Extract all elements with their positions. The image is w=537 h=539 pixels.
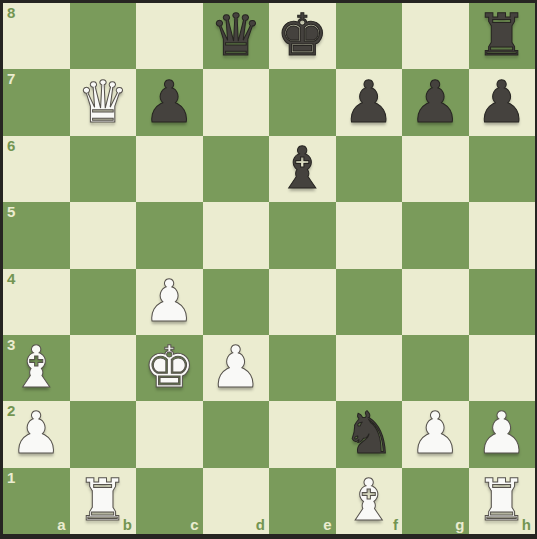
square-a7[interactable]: 7 bbox=[3, 69, 70, 135]
rank-label-8: 8 bbox=[7, 4, 15, 21]
square-h6[interactable] bbox=[469, 136, 536, 202]
square-d1[interactable]: d bbox=[203, 468, 270, 534]
square-c3[interactable]: ♚ bbox=[136, 335, 203, 401]
chess-board-frame: 8♛♚♜7♛♟♟♟♟6♝54♟3♝♚♟2♟♞♟♟1ab♜cdef♝gh♜ bbox=[0, 0, 537, 539]
black-pawn-h7[interactable]: ♟ bbox=[476, 73, 528, 131]
square-f1[interactable]: f♝ bbox=[336, 468, 403, 534]
square-d7[interactable] bbox=[203, 69, 270, 135]
square-a8[interactable]: 8 bbox=[3, 3, 70, 69]
square-d5[interactable] bbox=[203, 202, 270, 268]
file-label-e: e bbox=[323, 516, 331, 533]
square-g2[interactable]: ♟ bbox=[402, 401, 469, 467]
square-g1[interactable]: g bbox=[402, 468, 469, 534]
square-b3[interactable] bbox=[70, 335, 137, 401]
square-h7[interactable]: ♟ bbox=[469, 69, 536, 135]
square-g7[interactable]: ♟ bbox=[402, 69, 469, 135]
black-king-e8[interactable]: ♚ bbox=[276, 6, 328, 64]
square-h8[interactable]: ♜ bbox=[469, 3, 536, 69]
square-c7[interactable]: ♟ bbox=[136, 69, 203, 135]
square-h4[interactable] bbox=[469, 269, 536, 335]
square-e2[interactable] bbox=[269, 401, 336, 467]
white-queen-b7[interactable]: ♛ bbox=[77, 73, 129, 131]
white-bishop-f1[interactable]: ♝ bbox=[343, 471, 395, 529]
file-label-d: d bbox=[256, 516, 265, 533]
square-a4[interactable]: 4 bbox=[3, 269, 70, 335]
file-label-c: c bbox=[190, 516, 198, 533]
square-f5[interactable] bbox=[336, 202, 403, 268]
square-e8[interactable]: ♚ bbox=[269, 3, 336, 69]
square-b5[interactable] bbox=[70, 202, 137, 268]
square-g4[interactable] bbox=[402, 269, 469, 335]
square-e5[interactable] bbox=[269, 202, 336, 268]
chess-board: 8♛♚♜7♛♟♟♟♟6♝54♟3♝♚♟2♟♞♟♟1ab♜cdef♝gh♜ bbox=[3, 3, 535, 534]
white-pawn-c4[interactable]: ♟ bbox=[143, 272, 195, 330]
black-pawn-g7[interactable]: ♟ bbox=[409, 73, 461, 131]
square-f6[interactable] bbox=[336, 136, 403, 202]
square-e3[interactable] bbox=[269, 335, 336, 401]
square-e4[interactable] bbox=[269, 269, 336, 335]
white-pawn-g2[interactable]: ♟ bbox=[409, 404, 461, 462]
square-g5[interactable] bbox=[402, 202, 469, 268]
square-h1[interactable]: h♜ bbox=[469, 468, 536, 534]
square-f3[interactable] bbox=[336, 335, 403, 401]
rank-label-1: 1 bbox=[7, 469, 15, 486]
square-d6[interactable] bbox=[203, 136, 270, 202]
square-f4[interactable] bbox=[336, 269, 403, 335]
black-bishop-e6[interactable]: ♝ bbox=[276, 139, 328, 197]
white-bishop-a3[interactable]: ♝ bbox=[10, 338, 62, 396]
square-c6[interactable] bbox=[136, 136, 203, 202]
square-h5[interactable] bbox=[469, 202, 536, 268]
square-g8[interactable] bbox=[402, 3, 469, 69]
square-f8[interactable] bbox=[336, 3, 403, 69]
square-c5[interactable] bbox=[136, 202, 203, 268]
square-b4[interactable] bbox=[70, 269, 137, 335]
file-label-g: g bbox=[455, 516, 464, 533]
square-g6[interactable] bbox=[402, 136, 469, 202]
square-e1[interactable]: e bbox=[269, 468, 336, 534]
square-e7[interactable] bbox=[269, 69, 336, 135]
square-f7[interactable]: ♟ bbox=[336, 69, 403, 135]
square-g3[interactable] bbox=[402, 335, 469, 401]
square-a6[interactable]: 6 bbox=[3, 136, 70, 202]
square-d4[interactable] bbox=[203, 269, 270, 335]
square-b6[interactable] bbox=[70, 136, 137, 202]
square-a3[interactable]: 3♝ bbox=[3, 335, 70, 401]
white-rook-h1[interactable]: ♜ bbox=[476, 471, 528, 529]
square-d3[interactable]: ♟ bbox=[203, 335, 270, 401]
white-pawn-a2[interactable]: ♟ bbox=[10, 404, 62, 462]
square-c8[interactable] bbox=[136, 3, 203, 69]
rank-label-5: 5 bbox=[7, 203, 15, 220]
square-b7[interactable]: ♛ bbox=[70, 69, 137, 135]
white-king-c3[interactable]: ♚ bbox=[143, 338, 195, 396]
square-b2[interactable] bbox=[70, 401, 137, 467]
black-pawn-f7[interactable]: ♟ bbox=[343, 73, 395, 131]
black-knight-f2[interactable]: ♞ bbox=[343, 404, 395, 462]
square-c1[interactable]: c bbox=[136, 468, 203, 534]
square-h2[interactable]: ♟ bbox=[469, 401, 536, 467]
square-h3[interactable] bbox=[469, 335, 536, 401]
white-rook-b1[interactable]: ♜ bbox=[77, 471, 129, 529]
square-d2[interactable] bbox=[203, 401, 270, 467]
black-pawn-c7[interactable]: ♟ bbox=[143, 73, 195, 131]
square-a1[interactable]: 1a bbox=[3, 468, 70, 534]
square-a5[interactable]: 5 bbox=[3, 202, 70, 268]
white-pawn-d3[interactable]: ♟ bbox=[210, 338, 262, 396]
square-f2[interactable]: ♞ bbox=[336, 401, 403, 467]
black-rook-h8[interactable]: ♜ bbox=[476, 6, 528, 64]
square-c4[interactable]: ♟ bbox=[136, 269, 203, 335]
square-d8[interactable]: ♛ bbox=[203, 3, 270, 69]
black-queen-d8[interactable]: ♛ bbox=[210, 6, 262, 64]
rank-label-6: 6 bbox=[7, 137, 15, 154]
rank-label-7: 7 bbox=[7, 70, 15, 87]
white-pawn-h2[interactable]: ♟ bbox=[476, 404, 528, 462]
square-b8[interactable] bbox=[70, 3, 137, 69]
square-c2[interactable] bbox=[136, 401, 203, 467]
square-e6[interactable]: ♝ bbox=[269, 136, 336, 202]
file-label-a: a bbox=[57, 516, 65, 533]
square-a2[interactable]: 2♟ bbox=[3, 401, 70, 467]
rank-label-4: 4 bbox=[7, 270, 15, 287]
square-b1[interactable]: b♜ bbox=[70, 468, 137, 534]
